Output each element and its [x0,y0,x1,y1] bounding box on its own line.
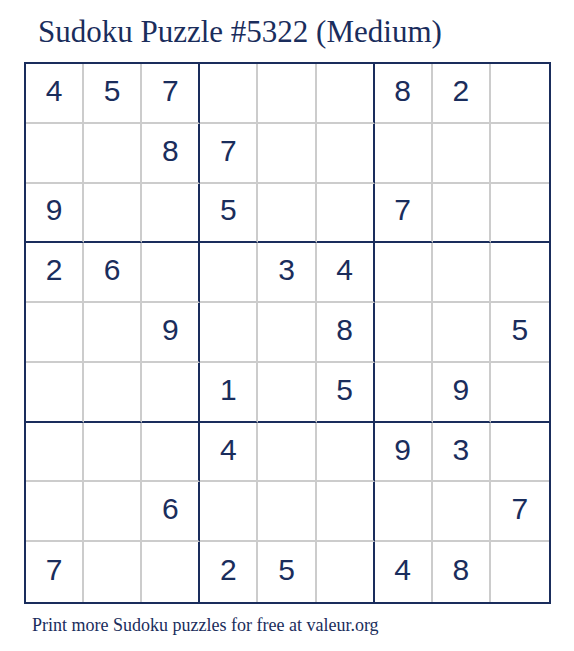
sudoku-cell-r9c1[interactable]: 7 [26,542,84,602]
sudoku-cell-r7c3[interactable] [142,423,200,483]
sudoku-cell-r2c5[interactable] [258,124,316,184]
sudoku-cell-r1c4[interactable] [200,64,258,124]
footer-note: Print more Sudoku puzzles for free at va… [32,615,379,636]
sudoku-board: 457828795726349851594936772548 [24,62,551,604]
sudoku-cell-r6c2[interactable] [84,363,142,423]
sudoku-cell-r8c7[interactable] [375,482,433,542]
sudoku-cell-r2c4[interactable]: 7 [200,124,258,184]
sudoku-cell-r3c4[interactable]: 5 [200,184,258,244]
sudoku-cell-r7c2[interactable] [84,423,142,483]
sudoku-cell-r4c4[interactable] [200,243,258,303]
sudoku-cell-r8c9[interactable]: 7 [491,482,549,542]
sudoku-cell-r9c5[interactable]: 5 [258,542,316,602]
sudoku-cell-r9c9[interactable] [491,542,549,602]
sudoku-cell-r6c4[interactable]: 1 [200,363,258,423]
sudoku-cell-r1c3[interactable]: 7 [142,64,200,124]
sudoku-cell-r8c6[interactable] [317,482,375,542]
sudoku-page: { "game": "sudoku", "title": "Sudoku Puz… [0,0,574,651]
sudoku-cell-r7c4[interactable]: 4 [200,423,258,483]
sudoku-cell-r5c1[interactable] [26,303,84,363]
sudoku-cell-r9c3[interactable] [142,542,200,602]
sudoku-cell-r2c6[interactable] [317,124,375,184]
sudoku-cell-r4c3[interactable] [142,243,200,303]
sudoku-cell-r8c5[interactable] [258,482,316,542]
sudoku-cell-r6c5[interactable] [258,363,316,423]
sudoku-cell-r2c8[interactable] [433,124,491,184]
sudoku-cell-r6c7[interactable] [375,363,433,423]
sudoku-cell-r5c9[interactable]: 5 [491,303,549,363]
sudoku-cell-r2c7[interactable] [375,124,433,184]
sudoku-cell-r4c2[interactable]: 6 [84,243,142,303]
sudoku-cell-r5c4[interactable] [200,303,258,363]
sudoku-cell-r6c8[interactable]: 9 [433,363,491,423]
sudoku-cell-r8c8[interactable] [433,482,491,542]
sudoku-cell-r3c1[interactable]: 9 [26,184,84,244]
sudoku-cell-r5c7[interactable] [375,303,433,363]
sudoku-cell-r3c9[interactable] [491,184,549,244]
sudoku-cell-r1c8[interactable]: 2 [433,64,491,124]
sudoku-cell-r3c6[interactable] [317,184,375,244]
sudoku-cell-r6c9[interactable] [491,363,549,423]
sudoku-cell-r8c4[interactable] [200,482,258,542]
sudoku-cell-r3c3[interactable] [142,184,200,244]
sudoku-cell-r5c2[interactable] [84,303,142,363]
sudoku-cell-r4c8[interactable] [433,243,491,303]
sudoku-cell-r1c2[interactable]: 5 [84,64,142,124]
sudoku-cell-r3c5[interactable] [258,184,316,244]
sudoku-cell-r6c3[interactable] [142,363,200,423]
sudoku-cell-r9c2[interactable] [84,542,142,602]
sudoku-cell-r2c3[interactable]: 8 [142,124,200,184]
sudoku-cell-r2c9[interactable] [491,124,549,184]
sudoku-cell-r7c1[interactable] [26,423,84,483]
sudoku-cell-r9c4[interactable]: 2 [200,542,258,602]
sudoku-cell-r9c6[interactable] [317,542,375,602]
sudoku-cell-r1c9[interactable] [491,64,549,124]
sudoku-cell-r7c5[interactable] [258,423,316,483]
sudoku-cell-r4c1[interactable]: 2 [26,243,84,303]
sudoku-cell-r8c1[interactable] [26,482,84,542]
sudoku-cell-r3c2[interactable] [84,184,142,244]
sudoku-cell-r4c5[interactable]: 3 [258,243,316,303]
sudoku-cell-r5c5[interactable] [258,303,316,363]
sudoku-cell-r5c3[interactable]: 9 [142,303,200,363]
sudoku-cell-r2c2[interactable] [84,124,142,184]
sudoku-cell-r9c8[interactable]: 8 [433,542,491,602]
sudoku-cell-r1c1[interactable]: 4 [26,64,84,124]
sudoku-cell-r5c8[interactable] [433,303,491,363]
sudoku-cell-r9c7[interactable]: 4 [375,542,433,602]
sudoku-cell-r7c9[interactable] [491,423,549,483]
sudoku-cell-r7c6[interactable] [317,423,375,483]
sudoku-cell-r3c7[interactable]: 7 [375,184,433,244]
sudoku-cell-r1c7[interactable]: 8 [375,64,433,124]
sudoku-cell-r1c6[interactable] [317,64,375,124]
sudoku-cell-r7c8[interactable]: 3 [433,423,491,483]
sudoku-cell-r1c5[interactable] [258,64,316,124]
page-title: Sudoku Puzzle #5322 (Medium) [38,14,442,50]
sudoku-cell-r6c1[interactable] [26,363,84,423]
sudoku-cell-r6c6[interactable]: 5 [317,363,375,423]
sudoku-cell-r4c7[interactable] [375,243,433,303]
sudoku-cell-r4c6[interactable]: 4 [317,243,375,303]
sudoku-cell-r8c2[interactable] [84,482,142,542]
sudoku-cell-r3c8[interactable] [433,184,491,244]
sudoku-cell-r8c3[interactable]: 6 [142,482,200,542]
sudoku-cell-r2c1[interactable] [26,124,84,184]
sudoku-cell-r5c6[interactable]: 8 [317,303,375,363]
sudoku-cell-r4c9[interactable] [491,243,549,303]
sudoku-cell-r7c7[interactable]: 9 [375,423,433,483]
